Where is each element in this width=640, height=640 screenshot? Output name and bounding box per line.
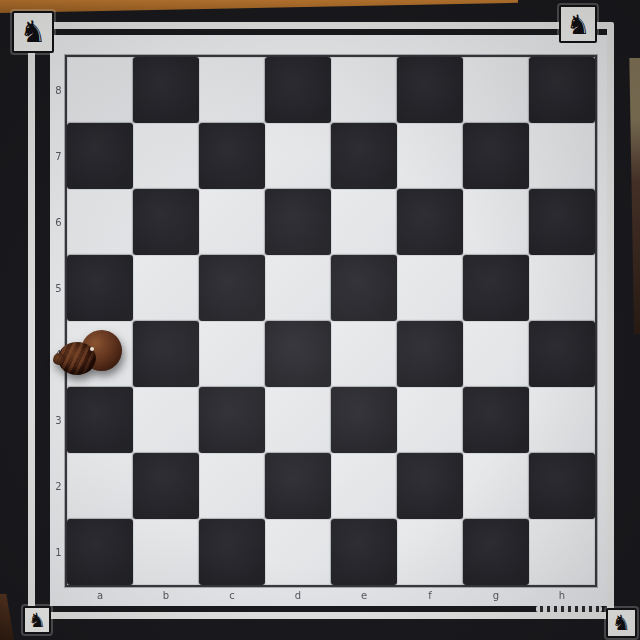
square-d2[interactable] [265, 453, 331, 519]
square-g1[interactable] [463, 519, 529, 585]
square-a7[interactable] [67, 123, 133, 189]
table-surface-top [0, 0, 518, 13]
square-f1[interactable] [397, 519, 463, 585]
square-c7[interactable] [199, 123, 265, 189]
square-b6[interactable] [133, 189, 199, 255]
file-label-b: b [133, 585, 199, 606]
square-e6[interactable] [331, 189, 397, 255]
square-e8[interactable] [331, 57, 397, 123]
table-surface-right [627, 58, 640, 334]
brand-text [536, 606, 602, 612]
square-e1[interactable] [331, 519, 397, 585]
knight-logo-glyph: ♞ [566, 11, 590, 38]
square-c8[interactable] [199, 57, 265, 123]
square-d1[interactable] [265, 519, 331, 585]
rank-label-1: 1 [50, 519, 67, 585]
square-e5[interactable] [331, 255, 397, 321]
square-d7[interactable] [265, 123, 331, 189]
square-a3[interactable] [67, 387, 133, 453]
file-label-f: f [397, 585, 463, 606]
square-c5[interactable] [199, 255, 265, 321]
square-g7[interactable] [463, 123, 529, 189]
pawn-finial [53, 353, 65, 365]
square-f6[interactable] [397, 189, 463, 255]
rank-label-5: 5 [50, 255, 67, 321]
square-g8[interactable] [463, 57, 529, 123]
square-e2[interactable] [331, 453, 397, 519]
file-label-h: h [529, 585, 595, 606]
rank-label-3: 3 [50, 387, 67, 453]
square-h5[interactable] [529, 255, 595, 321]
square-h7[interactable] [529, 123, 595, 189]
square-b4[interactable] [133, 321, 199, 387]
square-b7[interactable] [133, 123, 199, 189]
file-label-c: c [199, 585, 265, 606]
square-f2[interactable] [397, 453, 463, 519]
square-g5[interactable] [463, 255, 529, 321]
square-f8[interactable] [397, 57, 463, 123]
square-b5[interactable] [133, 255, 199, 321]
black-pawn[interactable] [53, 327, 127, 383]
square-h3[interactable] [529, 387, 595, 453]
knight-logo-glyph: ♞ [20, 17, 47, 47]
square-d3[interactable] [265, 387, 331, 453]
square-a2[interactable] [67, 453, 133, 519]
square-d6[interactable] [265, 189, 331, 255]
square-e7[interactable] [331, 123, 397, 189]
file-label-g: g [463, 585, 529, 606]
square-b1[interactable] [133, 519, 199, 585]
square-c3[interactable] [199, 387, 265, 453]
file-label-a: a [67, 585, 133, 606]
knight-logo-icon: ♞ [606, 608, 637, 638]
square-b2[interactable] [133, 453, 199, 519]
square-h4[interactable] [529, 321, 595, 387]
knight-logo-icon: ♞ [559, 5, 597, 43]
square-b3[interactable] [133, 387, 199, 453]
rank-label-2: 2 [50, 453, 67, 519]
rank-label-7: 7 [50, 123, 67, 189]
square-c2[interactable] [199, 453, 265, 519]
pawn-highlight [90, 347, 94, 351]
rank-label-8: 8 [50, 57, 67, 123]
square-h1[interactable] [529, 519, 595, 585]
square-f4[interactable] [397, 321, 463, 387]
photo-scene: 87654321 abcdefgh ♞ ♞ ♞ ♞ [0, 0, 640, 640]
square-e3[interactable] [331, 387, 397, 453]
square-g3[interactable] [463, 387, 529, 453]
square-c6[interactable] [199, 189, 265, 255]
square-d8[interactable] [265, 57, 331, 123]
square-e4[interactable] [331, 321, 397, 387]
square-a5[interactable] [67, 255, 133, 321]
board-plate: 87654321 abcdefgh [50, 35, 607, 606]
square-a8[interactable] [67, 57, 133, 123]
table-surface-corner [0, 594, 14, 640]
square-d5[interactable] [265, 255, 331, 321]
square-c1[interactable] [199, 519, 265, 585]
square-g6[interactable] [463, 189, 529, 255]
file-label-e: e [331, 585, 397, 606]
knight-logo-icon: ♞ [23, 606, 51, 634]
square-a6[interactable] [67, 189, 133, 255]
square-g4[interactable] [463, 321, 529, 387]
square-c4[interactable] [199, 321, 265, 387]
knight-logo-glyph: ♞ [28, 610, 46, 630]
square-f7[interactable] [397, 123, 463, 189]
square-h8[interactable] [529, 57, 595, 123]
square-f3[interactable] [397, 387, 463, 453]
chess-board [67, 57, 595, 585]
square-h6[interactable] [529, 189, 595, 255]
square-b8[interactable] [133, 57, 199, 123]
square-d4[interactable] [265, 321, 331, 387]
rank-label-6: 6 [50, 189, 67, 255]
knight-logo-glyph: ♞ [612, 613, 631, 634]
file-label-d: d [265, 585, 331, 606]
square-f5[interactable] [397, 255, 463, 321]
knight-logo-icon: ♞ [12, 11, 54, 53]
square-a1[interactable] [67, 519, 133, 585]
square-g2[interactable] [463, 453, 529, 519]
square-h2[interactable] [529, 453, 595, 519]
